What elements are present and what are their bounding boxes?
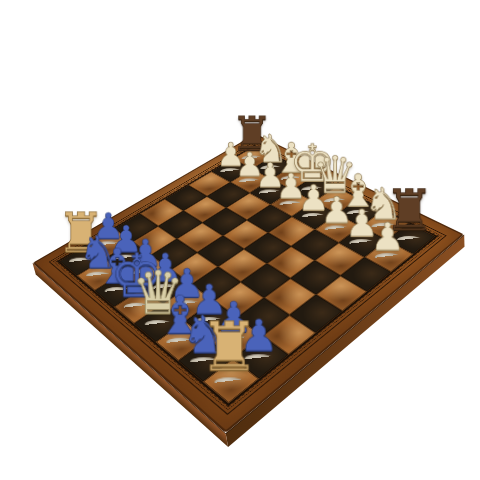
white-pawn-a2: ♟ (346, 218, 429, 257)
scene-tilt: ♜♞♝♚♛♝♞♜♟♟♟♟♟♟♟♟♟♟♟♟♟♟♟♟♜♞♝♚♛♝♞♜ (0, 0, 480, 480)
black-rook-a8: ♜ (180, 313, 277, 381)
rook-glyph: ♜ (199, 313, 260, 381)
pawn-glyph: ♟ (370, 218, 405, 257)
chess-board: ♜♞♝♚♛♝♞♜♟♟♟♟♟♟♟♟♟♟♟♟♟♟♟♟♜♞♝♚♛♝♞♜ (33, 134, 465, 433)
perspective-scene: ♜♞♝♚♛♝♞♜♟♟♟♟♟♟♟♟♟♟♟♟♟♟♟♟♜♞♝♚♛♝♞♜ (0, 0, 480, 480)
product-photo: ♜♞♝♚♛♝♞♜♟♟♟♟♟♟♟♟♟♟♟♟♟♟♟♟♜♞♝♚♛♝♞♜ (0, 0, 480, 480)
board-squares: ♜♞♝♚♛♝♞♜♟♟♟♟♟♟♟♟♟♟♟♟♟♟♟♟♜♞♝♚♛♝♞♜ (57, 145, 438, 406)
